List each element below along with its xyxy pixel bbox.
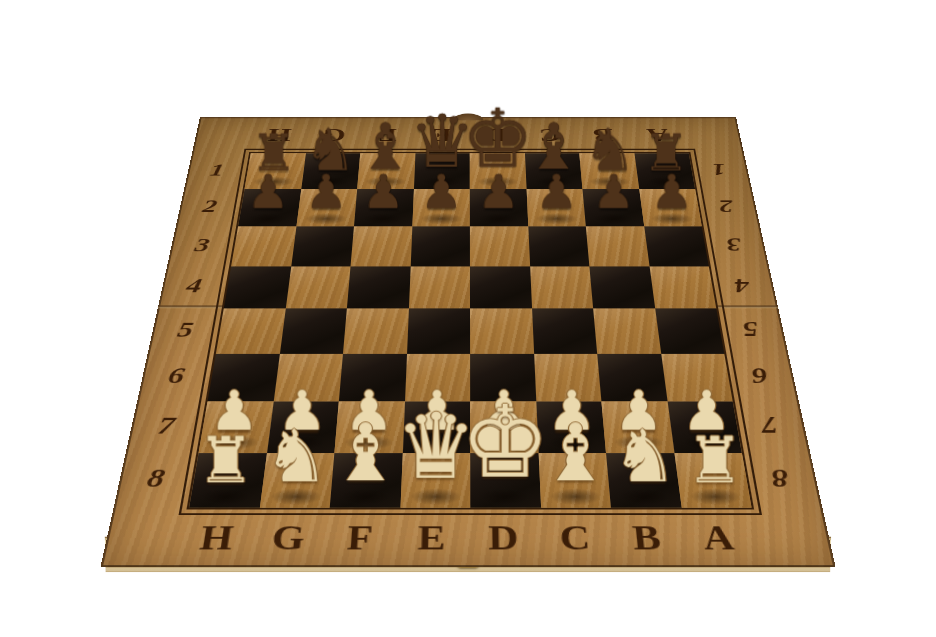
square-e5[interactable] <box>407 308 471 353</box>
square-a4[interactable] <box>649 266 716 308</box>
file-label-bottom-H: H <box>177 515 256 561</box>
file-label-top-E: E <box>413 122 468 148</box>
square-g3[interactable] <box>291 226 354 266</box>
file-label-top-B: B <box>575 122 632 148</box>
file-label-bottom-E: E <box>395 515 468 561</box>
square-a3[interactable] <box>644 226 709 266</box>
square-e3[interactable] <box>410 226 470 266</box>
square-f4[interactable] <box>347 266 410 308</box>
file-labels-bottom: HGFEDCBA <box>177 515 758 561</box>
file-label-top-D: D <box>468 122 523 148</box>
square-d3[interactable] <box>470 226 530 266</box>
square-a5[interactable] <box>655 308 725 353</box>
file-label-top-G: G <box>304 122 361 148</box>
square-d5[interactable] <box>470 308 534 353</box>
file-label-top-C: C <box>521 122 577 148</box>
square-f5[interactable] <box>343 308 408 353</box>
rank-label-right-3: 3 <box>707 225 761 265</box>
file-labels-top: HGFEDCBA <box>250 122 686 148</box>
rank-label-left-5: 5 <box>156 307 214 352</box>
rank-label-right-4: 4 <box>714 264 770 306</box>
rank-label-left-3: 3 <box>175 225 229 265</box>
board-frame: HGFEDCBA HGFEDCBA 12345678 12345678 ♜♞♝♛… <box>100 117 835 567</box>
chess-board-3d: HGFEDCBA HGFEDCBA 12345678 12345678 ♜♞♝♛… <box>100 117 835 567</box>
file-label-bottom-F: F <box>323 515 398 561</box>
photo-scene: HGFEDCBA HGFEDCBA 12345678 12345678 ♜♞♝♛… <box>0 0 936 637</box>
file-label-bottom-B: B <box>609 515 686 561</box>
light-rook[interactable]: ♜ <box>657 429 772 493</box>
square-d4[interactable] <box>470 266 532 308</box>
rank-label-right-2: 2 <box>700 187 752 224</box>
square-b3[interactable] <box>586 226 649 266</box>
square-b4[interactable] <box>589 266 654 308</box>
file-label-top-H: H <box>250 122 308 148</box>
square-g5[interactable] <box>279 308 346 353</box>
square-h5[interactable] <box>216 308 285 353</box>
chess-board-grid: ♜♞♝♛♚♝♞♜♟♟♟♟♟♟♟♟♟♟♟♟♟♟♟♟♜♞♝♛♚♝♞♜ <box>186 152 754 509</box>
file-label-top-A: A <box>628 122 686 148</box>
rank-label-left-4: 4 <box>166 264 222 306</box>
square-h4[interactable] <box>224 266 291 308</box>
square-f3[interactable] <box>351 226 412 266</box>
square-a8[interactable]: ♜ <box>674 452 752 507</box>
file-label-bottom-D: D <box>468 515 541 561</box>
square-c5[interactable] <box>532 308 598 353</box>
file-label-bottom-A: A <box>680 515 759 561</box>
file-label-bottom-G: G <box>250 515 327 561</box>
square-g4[interactable] <box>285 266 350 308</box>
file-label-top-F: F <box>359 122 415 148</box>
file-label-bottom-C: C <box>539 515 614 561</box>
square-e4[interactable] <box>408 266 470 308</box>
rank-label-right-1: 1 <box>694 152 744 187</box>
rank-label-right-5: 5 <box>722 307 780 352</box>
square-b5[interactable] <box>593 308 661 353</box>
square-a2[interactable]: ♟ <box>639 188 702 226</box>
square-h3[interactable] <box>231 226 296 266</box>
square-c3[interactable] <box>528 226 590 266</box>
square-c4[interactable] <box>530 266 593 308</box>
